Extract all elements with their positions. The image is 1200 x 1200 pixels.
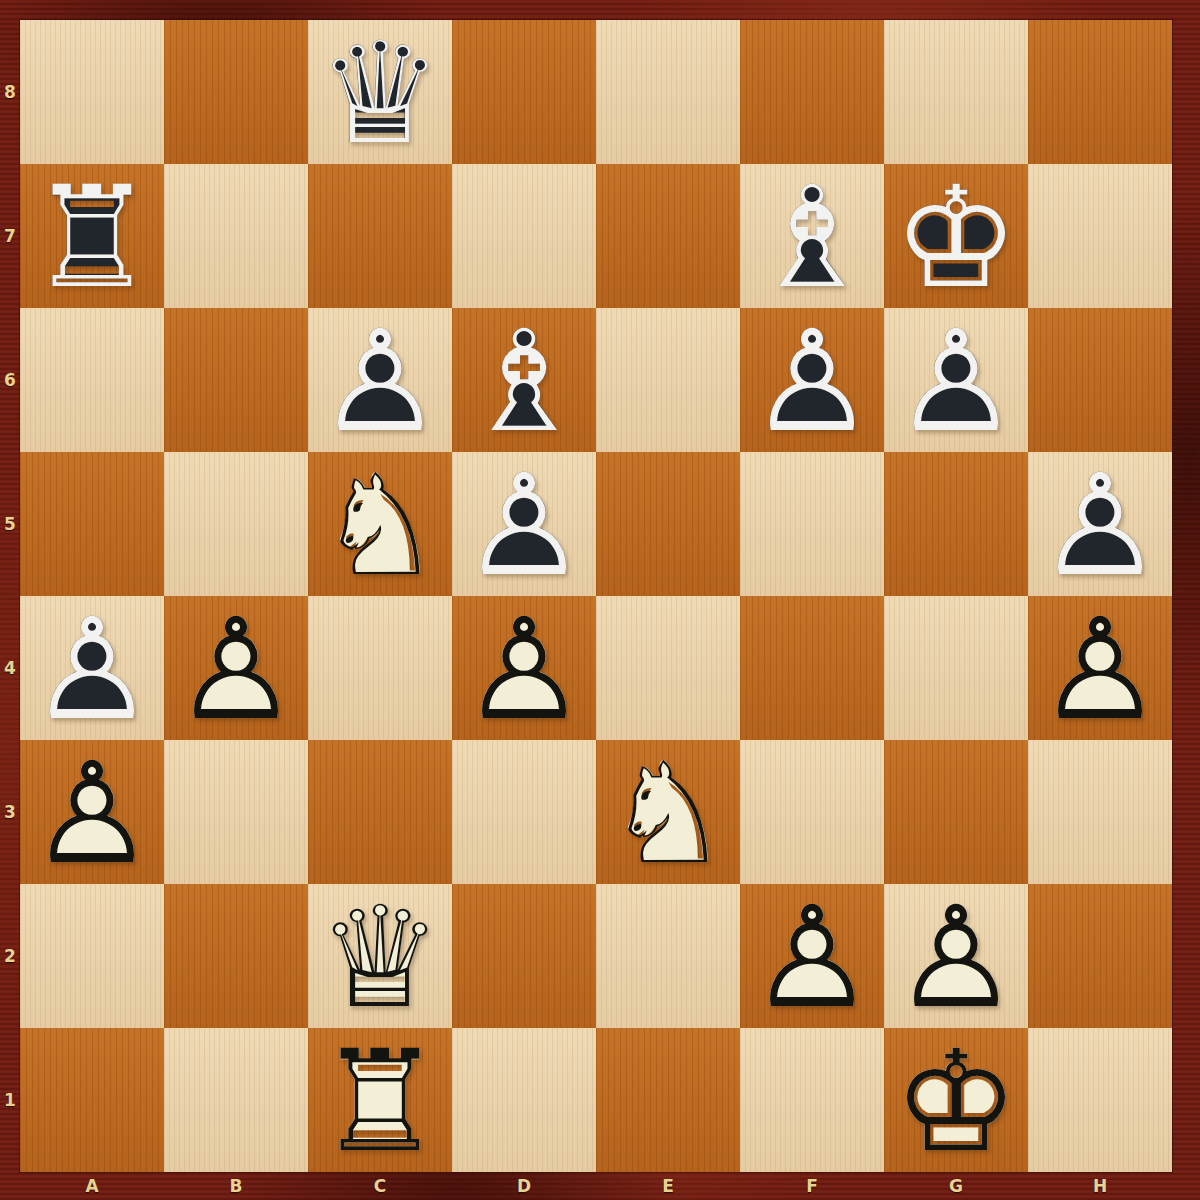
square-f3[interactable] — [740, 740, 884, 884]
square-f6[interactable]: ♟♙ — [740, 308, 884, 452]
file-label-e: E — [596, 1172, 740, 1200]
white-pawn-d4[interactable]: ♟♙ — [452, 596, 596, 740]
square-g4[interactable] — [884, 596, 1028, 740]
square-f8[interactable] — [740, 20, 884, 164]
square-a5[interactable] — [20, 452, 164, 596]
rank-label-6: 6 — [0, 308, 20, 452]
square-e2[interactable] — [596, 884, 740, 1028]
black-bishop-d6[interactable]: ♝♗ — [452, 308, 596, 452]
white-queen-c2[interactable]: ♛♕ — [308, 884, 452, 1028]
square-b5[interactable] — [164, 452, 308, 596]
square-a8[interactable] — [20, 20, 164, 164]
white-pawn-h4[interactable]: ♟♙ — [1028, 596, 1172, 740]
square-d1[interactable] — [452, 1028, 596, 1172]
file-label-a: A — [20, 1172, 164, 1200]
square-g2[interactable]: ♟♙ — [884, 884, 1028, 1028]
square-a2[interactable] — [20, 884, 164, 1028]
square-a3[interactable]: ♟♙ — [20, 740, 164, 884]
rank-label-5: 5 — [0, 452, 20, 596]
black-bishop-f7[interactable]: ♝♗ — [740, 164, 884, 308]
white-pawn-b4[interactable]: ♟♙ — [164, 596, 308, 740]
square-b2[interactable] — [164, 884, 308, 1028]
square-d7[interactable] — [452, 164, 596, 308]
chess-board-frame: 87654321 ABCDEFGH ♛♕♜♖♝♗♚♔♟♙♝♗♟♙♟♙♞♘♟♙♟♙… — [0, 0, 1200, 1200]
square-h5[interactable]: ♟♙ — [1028, 452, 1172, 596]
chess-board: ♛♕♜♖♝♗♚♔♟♙♝♗♟♙♟♙♞♘♟♙♟♙♟♙♟♙♟♙♟♙♟♙♞♘♛♕♟♙♟♙… — [20, 20, 1172, 1172]
black-pawn-h5[interactable]: ♟♙ — [1028, 452, 1172, 596]
square-d3[interactable] — [452, 740, 596, 884]
square-c6[interactable]: ♟♙ — [308, 308, 452, 452]
square-a6[interactable] — [20, 308, 164, 452]
square-h3[interactable] — [1028, 740, 1172, 884]
square-h7[interactable] — [1028, 164, 1172, 308]
square-e7[interactable] — [596, 164, 740, 308]
square-e5[interactable] — [596, 452, 740, 596]
square-g8[interactable] — [884, 20, 1028, 164]
rank-label-3: 3 — [0, 740, 20, 884]
file-label-f: F — [740, 1172, 884, 1200]
file-label-h: H — [1028, 1172, 1172, 1200]
square-c7[interactable] — [308, 164, 452, 308]
square-f7[interactable]: ♝♗ — [740, 164, 884, 308]
rank-labels: 87654321 — [0, 20, 20, 1172]
square-e8[interactable] — [596, 20, 740, 164]
square-h6[interactable] — [1028, 308, 1172, 452]
rank-label-7: 7 — [0, 164, 20, 308]
square-e1[interactable] — [596, 1028, 740, 1172]
square-f1[interactable] — [740, 1028, 884, 1172]
square-g3[interactable] — [884, 740, 1028, 884]
black-queen-c8[interactable]: ♛♕ — [308, 20, 452, 164]
white-knight-e3[interactable]: ♞♘ — [596, 740, 740, 884]
rank-label-2: 2 — [0, 884, 20, 1028]
white-knight-c5[interactable]: ♞♘ — [308, 452, 452, 596]
square-h4[interactable]: ♟♙ — [1028, 596, 1172, 740]
white-pawn-f2[interactable]: ♟♙ — [740, 884, 884, 1028]
square-b4[interactable]: ♟♙ — [164, 596, 308, 740]
rank-label-1: 1 — [0, 1028, 20, 1172]
square-f5[interactable] — [740, 452, 884, 596]
rank-label-8: 8 — [0, 20, 20, 164]
square-b1[interactable] — [164, 1028, 308, 1172]
black-pawn-a4[interactable]: ♟♙ — [20, 596, 164, 740]
square-d8[interactable] — [452, 20, 596, 164]
square-e4[interactable] — [596, 596, 740, 740]
file-label-b: B — [164, 1172, 308, 1200]
black-rook-a7[interactable]: ♜♖ — [20, 164, 164, 308]
black-pawn-d5[interactable]: ♟♙ — [452, 452, 596, 596]
square-a1[interactable] — [20, 1028, 164, 1172]
square-c4[interactable] — [308, 596, 452, 740]
square-e6[interactable] — [596, 308, 740, 452]
square-h8[interactable] — [1028, 20, 1172, 164]
square-g5[interactable] — [884, 452, 1028, 596]
black-pawn-g6[interactable]: ♟♙ — [884, 308, 1028, 452]
square-g7[interactable]: ♚♔ — [884, 164, 1028, 308]
black-king-g7[interactable]: ♚♔ — [884, 164, 1028, 308]
square-f2[interactable]: ♟♙ — [740, 884, 884, 1028]
white-rook-c1[interactable]: ♜♖ — [308, 1028, 452, 1172]
square-c1[interactable]: ♜♖ — [308, 1028, 452, 1172]
square-c2[interactable]: ♛♕ — [308, 884, 452, 1028]
square-d4[interactable]: ♟♙ — [452, 596, 596, 740]
square-a7[interactable]: ♜♖ — [20, 164, 164, 308]
square-b8[interactable] — [164, 20, 308, 164]
square-g1[interactable]: ♚♔ — [884, 1028, 1028, 1172]
square-g6[interactable]: ♟♙ — [884, 308, 1028, 452]
square-d6[interactable]: ♝♗ — [452, 308, 596, 452]
square-c5[interactable]: ♞♘ — [308, 452, 452, 596]
square-a4[interactable]: ♟♙ — [20, 596, 164, 740]
file-label-d: D — [452, 1172, 596, 1200]
white-pawn-g2[interactable]: ♟♙ — [884, 884, 1028, 1028]
square-d2[interactable] — [452, 884, 596, 1028]
black-pawn-f6[interactable]: ♟♙ — [740, 308, 884, 452]
white-pawn-a3[interactable]: ♟♙ — [20, 740, 164, 884]
square-b7[interactable] — [164, 164, 308, 308]
square-c8[interactable]: ♛♕ — [308, 20, 452, 164]
square-b3[interactable] — [164, 740, 308, 884]
white-king-g1[interactable]: ♚♔ — [884, 1028, 1028, 1172]
square-h2[interactable] — [1028, 884, 1172, 1028]
square-d5[interactable]: ♟♙ — [452, 452, 596, 596]
rank-label-4: 4 — [0, 596, 20, 740]
black-pawn-c6[interactable]: ♟♙ — [308, 308, 452, 452]
square-f4[interactable] — [740, 596, 884, 740]
square-c3[interactable] — [308, 740, 452, 884]
square-b6[interactable] — [164, 308, 308, 452]
square-e3[interactable]: ♞♘ — [596, 740, 740, 884]
square-h1[interactable] — [1028, 1028, 1172, 1172]
